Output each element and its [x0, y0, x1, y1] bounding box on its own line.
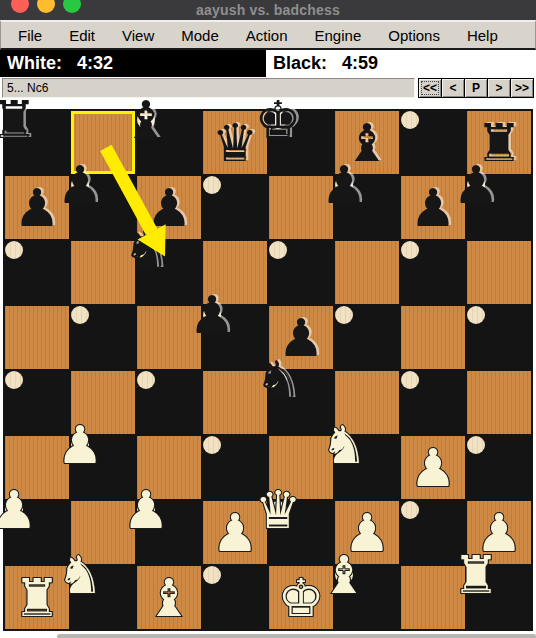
menu-item-action[interactable]: Action — [246, 27, 288, 44]
square-c2[interactable]: ♟ — [137, 501, 155, 519]
square-g2[interactable] — [401, 501, 419, 519]
black-king[interactable]: ♚ — [255, 90, 302, 150]
zoom-button[interactable] — [63, 0, 81, 13]
square-f3[interactable]: ♞ — [335, 436, 353, 454]
square-g8[interactable] — [401, 111, 419, 129]
minimize-button[interactable] — [37, 0, 55, 13]
white-pawn[interactable]: ♟ — [123, 480, 170, 540]
square-d3[interactable] — [203, 436, 221, 454]
window-shadow — [57, 634, 536, 638]
square-g5[interactable] — [401, 306, 465, 369]
square-a5[interactable] — [5, 306, 69, 369]
black-clock-label: Black: — [273, 53, 327, 74]
close-button[interactable] — [11, 0, 29, 13]
square-c6[interactable]: ♞ — [137, 241, 155, 259]
square-b3[interactable]: ♟ — [71, 436, 89, 454]
square-c1[interactable]: ♝ — [137, 566, 201, 629]
to-end-button[interactable]: >> — [510, 78, 534, 98]
square-e6[interactable] — [269, 241, 287, 259]
white-clock: White: 4:32 — [0, 50, 266, 77]
black-pawn[interactable]: ♟ — [14, 178, 61, 238]
menu-bar: File Edit View Mode Action Engine Option… — [0, 20, 536, 50]
white-bishop[interactable]: ♝ — [321, 545, 368, 605]
square-g4[interactable] — [401, 371, 419, 389]
square-b5[interactable] — [71, 306, 89, 324]
black-knight[interactable]: ♞ — [255, 350, 302, 410]
black-pawn[interactable]: ♟ — [57, 155, 104, 215]
square-d5[interactable]: ♟ — [203, 306, 221, 324]
title-bar: aayush vs. badchess — [0, 0, 536, 20]
window-bottom-edge — [0, 631, 536, 638]
square-h5[interactable] — [467, 306, 485, 324]
square-a4[interactable] — [5, 371, 23, 389]
menu-item-options[interactable]: Options — [388, 27, 440, 44]
square-c8[interactable]: ♝ — [137, 111, 155, 129]
white-clock-label: White: — [7, 53, 62, 74]
to-start-button[interactable]: << — [418, 78, 442, 98]
step-forward-button[interactable]: > — [487, 78, 511, 98]
menu-item-help[interactable]: Help — [467, 27, 498, 44]
black-clock: Black: 4:59 — [266, 50, 536, 77]
black-pawn[interactable]: ♟ — [321, 155, 368, 215]
square-g6[interactable] — [401, 241, 419, 259]
clock-row: White: 4:32 Black: 4:59 — [0, 50, 536, 77]
square-h1[interactable]: ♜ — [467, 566, 485, 584]
square-f7[interactable]: ♟ — [335, 176, 353, 194]
white-knight[interactable]: ♞ — [57, 545, 104, 605]
white-rook[interactable]: ♜ — [14, 568, 61, 628]
black-clock-time: 4:59 — [342, 53, 378, 74]
current-move-field[interactable]: 5... Nc6 — [2, 78, 415, 98]
menu-item-file[interactable]: File — [18, 27, 42, 44]
square-e2[interactable]: ♛ — [269, 501, 287, 519]
white-pawn[interactable]: ♟ — [212, 503, 259, 563]
menu-item-engine[interactable]: Engine — [315, 27, 362, 44]
white-bishop[interactable]: ♝ — [146, 568, 193, 628]
square-h3[interactable] — [467, 436, 485, 454]
white-pawn[interactable]: ♟ — [57, 415, 104, 475]
white-queen[interactable]: ♛ — [255, 480, 302, 540]
square-e4[interactable]: ♞ — [269, 371, 287, 389]
window-title: aayush vs. badchess — [196, 2, 340, 18]
square-c4[interactable] — [137, 371, 155, 389]
square-a8[interactable]: ♜ — [5, 111, 23, 129]
square-a2[interactable]: ♟ — [5, 501, 23, 519]
black-knight[interactable]: ♞ — [123, 220, 170, 280]
square-d7[interactable] — [203, 176, 221, 194]
square-f6[interactable] — [335, 241, 399, 304]
black-rook[interactable]: ♜ — [0, 90, 37, 150]
white-clock-time: 4:32 — [77, 53, 113, 74]
nav-buttons: << < P > >> — [419, 78, 534, 98]
square-f1[interactable]: ♝ — [335, 566, 353, 584]
square-f5[interactable] — [335, 306, 353, 324]
chess-board: ♜♝♛♚♝♜♟♟♟♟♟♟♞♟♟♞♟♞♟♟♟♟♛♟♟♜♞♝♚♝♜ — [3, 109, 533, 631]
square-b7[interactable]: ♟ — [71, 176, 89, 194]
menu-item-edit[interactable]: Edit — [69, 27, 95, 44]
white-pawn[interactable]: ♟ — [0, 480, 37, 540]
board-area: ♜♝♛♚♝♜♟♟♟♟♟♟♞♟♟♞♟♞♟♟♟♟♛♟♟♜♞♝♚♝♜ — [0, 99, 536, 631]
square-d1[interactable] — [203, 566, 221, 584]
square-h4[interactable] — [467, 371, 531, 434]
menu-item-view[interactable]: View — [122, 27, 154, 44]
square-h7[interactable]: ♟ — [467, 176, 485, 194]
white-pawn[interactable]: ♟ — [410, 438, 457, 498]
black-bishop[interactable]: ♝ — [123, 90, 170, 150]
square-h6[interactable] — [467, 241, 531, 304]
white-rook[interactable]: ♜ — [453, 545, 500, 605]
traffic-lights — [11, 0, 81, 13]
black-queen[interactable]: ♛ — [212, 113, 259, 173]
black-pawn[interactable]: ♟ — [410, 178, 457, 238]
square-e8[interactable]: ♚ — [269, 111, 287, 129]
menu-item-mode[interactable]: Mode — [181, 27, 219, 44]
square-b1[interactable]: ♞ — [71, 566, 89, 584]
square-g3[interactable]: ♟ — [401, 436, 465, 499]
step-back-button[interactable]: < — [441, 78, 465, 98]
black-pawn[interactable]: ♟ — [189, 285, 236, 345]
black-pawn[interactable]: ♟ — [453, 155, 500, 215]
white-king[interactable]: ♚ — [278, 568, 325, 628]
white-knight[interactable]: ♞ — [321, 415, 368, 475]
square-a6[interactable] — [5, 241, 23, 259]
pause-button[interactable]: P — [464, 78, 488, 98]
